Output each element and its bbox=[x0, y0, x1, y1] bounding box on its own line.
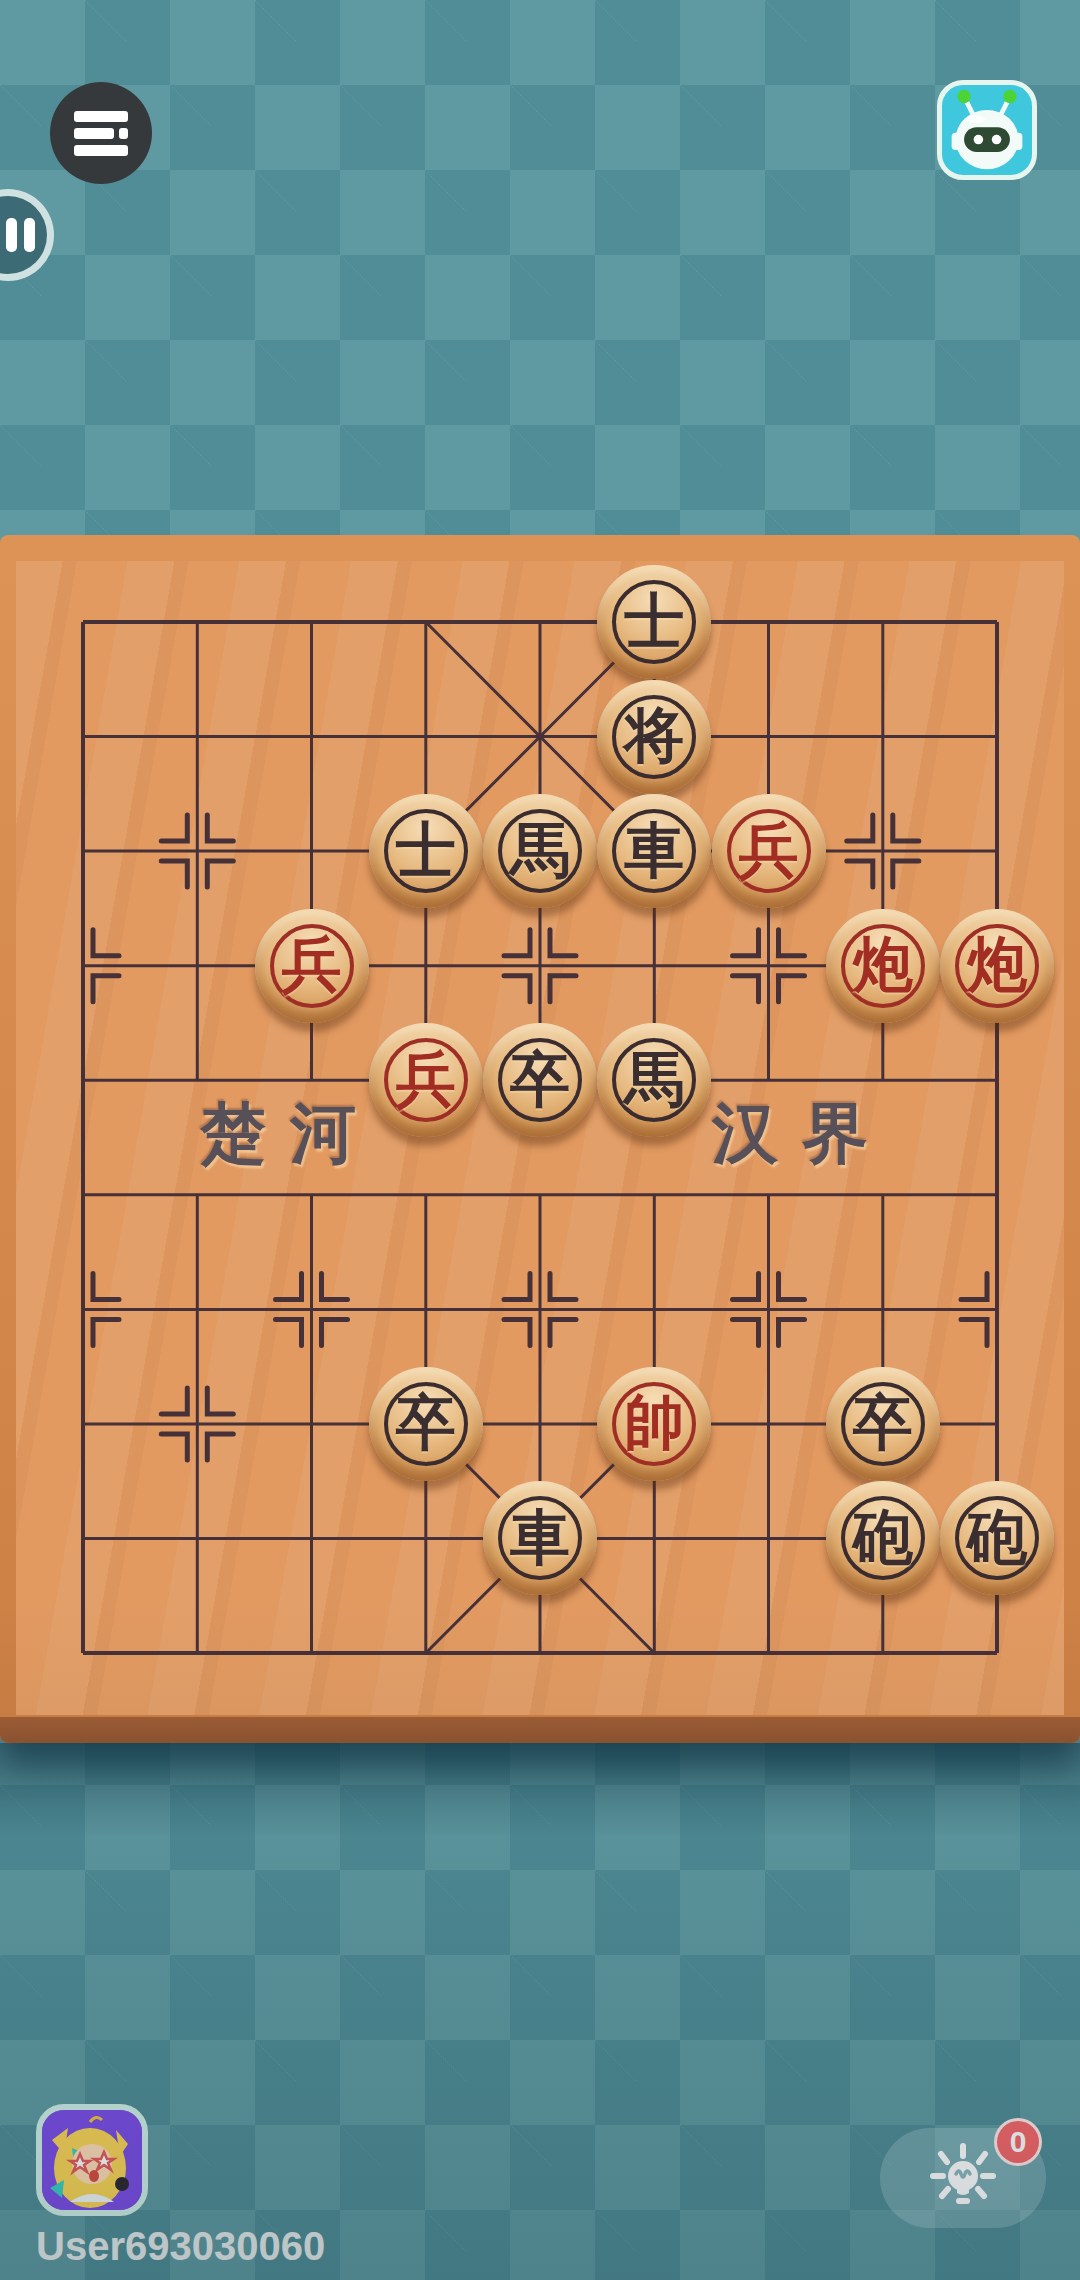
menu-button[interactable] bbox=[50, 82, 152, 184]
piece-black-士[interactable]: 士 bbox=[597, 565, 711, 679]
menu-dot bbox=[119, 128, 128, 139]
river-label-left: 楚河 bbox=[200, 1092, 380, 1176]
river-label-right: 汉界 bbox=[712, 1092, 892, 1176]
username-label: User693030060 bbox=[36, 2224, 325, 2269]
piece-glyph: 炮 bbox=[940, 909, 1054, 1023]
lightbulb-icon bbox=[928, 2143, 998, 2213]
avatar-image bbox=[42, 2110, 142, 2210]
piece-glyph: 砲 bbox=[940, 1481, 1054, 1595]
piece-black-士[interactable]: 士 bbox=[369, 794, 483, 908]
piece-glyph: 兵 bbox=[712, 794, 826, 908]
piece-black-車[interactable]: 車 bbox=[483, 1481, 597, 1595]
piece-glyph: 車 bbox=[597, 794, 711, 908]
pause-icon bbox=[0, 196, 47, 274]
piece-black-砲[interactable]: 砲 bbox=[826, 1481, 940, 1595]
piece-black-車[interactable]: 車 bbox=[597, 794, 711, 908]
piece-glyph: 馬 bbox=[483, 794, 597, 908]
piece-glyph: 卒 bbox=[369, 1367, 483, 1481]
piece-black-砲[interactable]: 砲 bbox=[940, 1481, 1054, 1595]
piece-red-帥[interactable]: 帥 bbox=[597, 1367, 711, 1481]
piece-red-炮[interactable]: 炮 bbox=[826, 909, 940, 1023]
piece-black-卒[interactable]: 卒 bbox=[826, 1367, 940, 1481]
piece-glyph: 兵 bbox=[369, 1023, 483, 1137]
piece-glyph: 炮 bbox=[826, 909, 940, 1023]
piece-glyph: 兵 bbox=[255, 909, 369, 1023]
piece-glyph: 士 bbox=[597, 565, 711, 679]
menu-bar bbox=[74, 128, 114, 139]
piece-red-炮[interactable]: 炮 bbox=[940, 909, 1054, 1023]
pause-bar bbox=[6, 218, 17, 252]
piece-glyph: 将 bbox=[597, 680, 711, 794]
robot-icon bbox=[944, 87, 1030, 173]
piece-black-馬[interactable]: 馬 bbox=[597, 1023, 711, 1137]
menu-bar bbox=[74, 111, 128, 122]
player-avatar[interactable] bbox=[36, 2104, 148, 2216]
ai-assistant-button[interactable] bbox=[937, 80, 1037, 180]
piece-glyph: 馬 bbox=[597, 1023, 711, 1137]
hamburger-menu-icon bbox=[74, 105, 128, 162]
piece-red-兵[interactable]: 兵 bbox=[712, 794, 826, 908]
piece-red-兵[interactable]: 兵 bbox=[255, 909, 369, 1023]
hint-count-badge: 0 bbox=[994, 2118, 1042, 2166]
piece-black-将[interactable]: 将 bbox=[597, 680, 711, 794]
menu-bar bbox=[74, 145, 128, 156]
piece-black-卒[interactable]: 卒 bbox=[483, 1023, 597, 1137]
piece-glyph: 士 bbox=[369, 794, 483, 908]
piece-glyph: 卒 bbox=[483, 1023, 597, 1137]
piece-glyph: 車 bbox=[483, 1481, 597, 1595]
pause-bar bbox=[24, 218, 35, 252]
piece-glyph: 帥 bbox=[597, 1367, 711, 1481]
piece-glyph: 砲 bbox=[826, 1481, 940, 1595]
piece-glyph: 卒 bbox=[826, 1367, 940, 1481]
piece-black-馬[interactable]: 馬 bbox=[483, 794, 597, 908]
piece-red-兵[interactable]: 兵 bbox=[369, 1023, 483, 1137]
piece-black-卒[interactable]: 卒 bbox=[369, 1367, 483, 1481]
